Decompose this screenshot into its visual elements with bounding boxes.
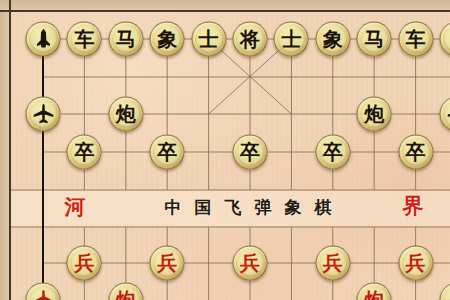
piece-black-advisor[interactable]: 士 bbox=[191, 22, 226, 57]
piece-red-soldier[interactable]: 兵 bbox=[398, 246, 433, 281]
piece-glyph: 车 bbox=[406, 29, 426, 49]
piece-glyph: 卒 bbox=[323, 142, 343, 162]
piece-black-cannon[interactable]: 炮 bbox=[108, 97, 143, 132]
piece-face bbox=[444, 26, 450, 53]
piece-glyph: 马 bbox=[116, 29, 136, 49]
piece-glyph: 将 bbox=[240, 29, 260, 49]
jet-icon bbox=[32, 289, 54, 300]
piece-glyph: 车 bbox=[74, 29, 94, 49]
piece-black-elephant[interactable]: 象 bbox=[315, 22, 350, 57]
piece-face: 兵 bbox=[154, 250, 181, 277]
piece-black-general[interactable]: 将 bbox=[233, 22, 268, 57]
piece-face: 象 bbox=[319, 26, 346, 53]
piece-glyph: 兵 bbox=[323, 253, 343, 273]
piece-black-cannon[interactable]: 炮 bbox=[357, 97, 392, 132]
piece-face: 炮 bbox=[361, 287, 388, 300]
piece-face: 炮 bbox=[112, 287, 139, 300]
piece-black-soldier[interactable]: 卒 bbox=[67, 135, 102, 170]
xiangqi-board[interactable]: 河 中国飞弹象棋 界 车马象士将士象马车炮炮卒卒卒卒卒兵兵兵兵兵炮炮 bbox=[0, 0, 450, 300]
piece-black-missile[interactable] bbox=[26, 22, 61, 57]
piece-glyph: 卒 bbox=[157, 142, 177, 162]
piece-face bbox=[444, 287, 450, 300]
jet-icon bbox=[446, 103, 450, 126]
piece-black-chariot[interactable]: 车 bbox=[67, 22, 102, 57]
river-label-right: 界 bbox=[403, 192, 424, 220]
piece-black-jet[interactable] bbox=[26, 97, 61, 132]
piece-face: 马 bbox=[112, 26, 139, 53]
piece-face: 卒 bbox=[154, 139, 181, 166]
piece-face: 兵 bbox=[71, 250, 98, 277]
piece-face: 卒 bbox=[71, 139, 98, 166]
piece-face bbox=[30, 101, 57, 128]
piece-face: 象 bbox=[154, 26, 181, 53]
piece-glyph: 象 bbox=[157, 29, 177, 49]
piece-face: 士 bbox=[278, 26, 305, 53]
piece-red-soldier[interactable]: 兵 bbox=[233, 246, 268, 281]
piece-face: 马 bbox=[361, 26, 388, 53]
piece-glyph: 兵 bbox=[240, 253, 260, 273]
piece-face: 士 bbox=[195, 26, 222, 53]
piece-glyph: 兵 bbox=[406, 253, 426, 273]
jet-icon bbox=[32, 103, 54, 126]
piece-face bbox=[30, 287, 57, 300]
piece-face: 卒 bbox=[237, 139, 264, 166]
river-center-title: 中国飞弹象棋 bbox=[152, 196, 345, 219]
piece-black-soldier[interactable]: 卒 bbox=[315, 135, 350, 170]
piece-black-soldier[interactable]: 卒 bbox=[150, 135, 185, 170]
piece-face bbox=[30, 26, 57, 53]
piece-face bbox=[444, 101, 450, 128]
piece-face: 卒 bbox=[319, 139, 346, 166]
piece-face: 炮 bbox=[112, 101, 139, 128]
piece-face: 车 bbox=[402, 26, 429, 53]
piece-glyph: 兵 bbox=[157, 253, 177, 273]
piece-black-elephant[interactable]: 象 bbox=[150, 22, 185, 57]
piece-glyph: 兵 bbox=[74, 253, 94, 273]
piece-face: 炮 bbox=[361, 101, 388, 128]
piece-red-soldier[interactable]: 兵 bbox=[150, 246, 185, 281]
piece-glyph: 炮 bbox=[364, 290, 384, 300]
piece-glyph: 炮 bbox=[364, 104, 384, 124]
piece-black-advisor[interactable]: 士 bbox=[274, 22, 309, 57]
piece-face: 卒 bbox=[402, 139, 429, 166]
piece-glyph: 卒 bbox=[406, 142, 426, 162]
piece-glyph: 象 bbox=[323, 29, 343, 49]
piece-glyph: 炮 bbox=[116, 290, 136, 300]
piece-face: 兵 bbox=[319, 250, 346, 277]
piece-red-soldier[interactable]: 兵 bbox=[67, 246, 102, 281]
piece-glyph: 马 bbox=[364, 29, 384, 49]
piece-face: 兵 bbox=[402, 250, 429, 277]
missile-icon bbox=[446, 28, 450, 51]
piece-black-soldier[interactable]: 卒 bbox=[233, 135, 268, 170]
piece-black-chariot[interactable]: 车 bbox=[398, 22, 433, 57]
piece-face: 将 bbox=[237, 26, 264, 53]
piece-glyph: 卒 bbox=[240, 142, 260, 162]
piece-black-soldier[interactable]: 卒 bbox=[398, 135, 433, 170]
piece-black-horse[interactable]: 马 bbox=[108, 22, 143, 57]
piece-glyph: 炮 bbox=[116, 104, 136, 124]
piece-glyph: 士 bbox=[199, 29, 219, 49]
piece-face: 兵 bbox=[237, 250, 264, 277]
piece-face: 车 bbox=[71, 26, 98, 53]
missile-icon bbox=[32, 28, 54, 51]
piece-glyph: 士 bbox=[281, 29, 301, 49]
piece-black-horse[interactable]: 马 bbox=[357, 22, 392, 57]
piece-red-soldier[interactable]: 兵 bbox=[315, 246, 350, 281]
piece-glyph: 卒 bbox=[74, 142, 94, 162]
river-label-left: 河 bbox=[65, 193, 86, 221]
jet-icon bbox=[446, 289, 450, 300]
